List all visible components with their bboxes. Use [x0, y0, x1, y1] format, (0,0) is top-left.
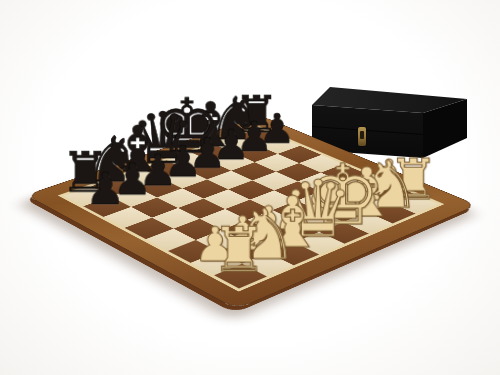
box-clasp-icon — [358, 127, 366, 146]
black-pawn-glyph: ♟ — [86, 167, 126, 211]
chess-set-scene: ♜♟♞♟♝♟♚♟♛♟♝♟♟♞♜♟♟♜♞♟♟♝♟♚♟♛♟♝♟♞♟♜ — [0, 0, 500, 375]
white-rook-glyph: ♜ — [211, 219, 266, 281]
board-grid: ♜♟♞♟♝♟♚♟♛♟♝♟♟♞♜♟♟♜♞♟♟♝♟♚♟♛♟♝♟♞♟♜ — [64, 128, 438, 288]
